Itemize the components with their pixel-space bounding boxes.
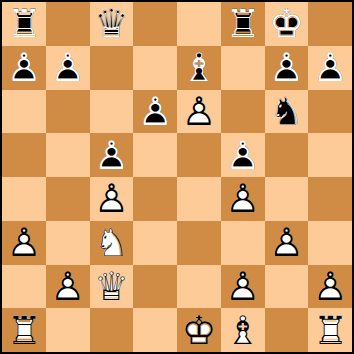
black-pawn[interactable]: ♟♙ [90, 133, 134, 177]
square-e6[interactable]: ♟♙ [177, 90, 221, 134]
square-c6[interactable] [90, 90, 134, 134]
white-pawn[interactable]: ♟♙ [308, 265, 352, 309]
square-b7[interactable]: ♟♙ [46, 46, 90, 90]
square-f3[interactable] [221, 221, 265, 265]
square-a6[interactable] [2, 90, 46, 134]
black-pawn[interactable]: ♟♙ [133, 90, 177, 134]
square-g5[interactable] [265, 133, 309, 177]
piece-fill-glyph: ♟ [221, 265, 265, 309]
square-f1[interactable]: ♝♗ [221, 308, 265, 352]
piece-detail-glyph: ♙ [265, 221, 309, 265]
piece-fill-glyph: ♟ [90, 177, 134, 221]
square-b8[interactable] [46, 2, 90, 46]
square-e3[interactable] [177, 221, 221, 265]
square-d2[interactable] [133, 265, 177, 309]
square-c3[interactable]: ♞♘ [90, 221, 134, 265]
piece-detail-glyph: ♗ [221, 308, 265, 352]
piece-fill-glyph: ♚ [265, 2, 309, 46]
square-h8[interactable] [308, 2, 352, 46]
white-bishop[interactable]: ♝♗ [221, 308, 265, 352]
square-d4[interactable] [133, 177, 177, 221]
piece-fill-glyph: ♟ [308, 46, 352, 90]
piece-fill-glyph: ♟ [46, 46, 90, 90]
square-h3[interactable] [308, 221, 352, 265]
white-knight[interactable]: ♞♘ [90, 221, 134, 265]
square-h6[interactable] [308, 90, 352, 134]
piece-detail-glyph: ♙ [308, 265, 352, 309]
square-a8[interactable]: ♜♖ [2, 2, 46, 46]
piece-fill-glyph: ♜ [221, 2, 265, 46]
piece-detail-glyph: ♗ [177, 46, 221, 90]
square-g6[interactable]: ♞♘ [265, 90, 309, 134]
square-d1[interactable] [133, 308, 177, 352]
piece-detail-glyph: ♖ [2, 2, 46, 46]
square-f6[interactable] [221, 90, 265, 134]
piece-fill-glyph: ♟ [46, 265, 90, 309]
piece-fill-glyph: ♞ [90, 221, 134, 265]
square-a5[interactable] [2, 133, 46, 177]
black-pawn[interactable]: ♟♙ [2, 46, 46, 90]
piece-detail-glyph: ♙ [2, 46, 46, 90]
piece-fill-glyph: ♟ [221, 177, 265, 221]
piece-detail-glyph: ♕ [90, 265, 134, 309]
square-a4[interactable] [2, 177, 46, 221]
square-b2[interactable]: ♟♙ [46, 265, 90, 309]
square-b5[interactable] [46, 133, 90, 177]
piece-detail-glyph: ♙ [46, 265, 90, 309]
square-c4[interactable]: ♟♙ [90, 177, 134, 221]
piece-fill-glyph: ♟ [265, 46, 309, 90]
white-king[interactable]: ♚♔ [177, 308, 221, 352]
square-e8[interactable] [177, 2, 221, 46]
square-b4[interactable] [46, 177, 90, 221]
square-g1[interactable] [265, 308, 309, 352]
square-h7[interactable]: ♟♙ [308, 46, 352, 90]
piece-detail-glyph: ♙ [221, 265, 265, 309]
black-knight[interactable]: ♞♘ [265, 90, 309, 134]
piece-fill-glyph: ♝ [177, 46, 221, 90]
square-c2[interactable]: ♛♕ [90, 265, 134, 309]
square-g3[interactable]: ♟♙ [265, 221, 309, 265]
square-e1[interactable]: ♚♔ [177, 308, 221, 352]
white-queen[interactable]: ♛♕ [90, 265, 134, 309]
piece-detail-glyph: ♖ [2, 308, 46, 352]
square-h5[interactable] [308, 133, 352, 177]
black-bishop[interactable]: ♝♗ [177, 46, 221, 90]
square-d6[interactable]: ♟♙ [133, 90, 177, 134]
white-pawn[interactable]: ♟♙ [221, 265, 265, 309]
piece-fill-glyph: ♟ [177, 90, 221, 134]
square-h2[interactable]: ♟♙ [308, 265, 352, 309]
square-d3[interactable] [133, 221, 177, 265]
square-f5[interactable]: ♟♙ [221, 133, 265, 177]
square-h1[interactable]: ♜♖ [308, 308, 352, 352]
piece-detail-glyph: ♔ [265, 2, 309, 46]
black-pawn[interactable]: ♟♙ [46, 46, 90, 90]
piece-detail-glyph: ♖ [221, 2, 265, 46]
square-f8[interactable]: ♜♖ [221, 2, 265, 46]
square-g2[interactable] [265, 265, 309, 309]
square-e7[interactable]: ♝♗ [177, 46, 221, 90]
piece-detail-glyph: ♙ [46, 46, 90, 90]
chess-board-frame: ♜♖♛♕♜♖♚♔♟♙♟♙♝♗♟♙♟♙♟♙♟♙♞♘♟♙♟♙♟♙♟♙♟♙♞♘♟♙♟♙… [0, 0, 354, 354]
black-pawn[interactable]: ♟♙ [265, 46, 309, 90]
square-d8[interactable] [133, 2, 177, 46]
piece-detail-glyph: ♔ [177, 308, 221, 352]
piece-detail-glyph: ♙ [133, 90, 177, 134]
piece-fill-glyph: ♝ [221, 308, 265, 352]
square-e4[interactable] [177, 177, 221, 221]
piece-fill-glyph: ♟ [2, 221, 46, 265]
square-h4[interactable] [308, 177, 352, 221]
white-pawn[interactable]: ♟♙ [265, 221, 309, 265]
piece-fill-glyph: ♜ [2, 2, 46, 46]
square-a2[interactable] [2, 265, 46, 309]
piece-fill-glyph: ♟ [265, 221, 309, 265]
white-rook[interactable]: ♜♖ [308, 308, 352, 352]
piece-detail-glyph: ♙ [221, 133, 265, 177]
chess-board: ♜♖♛♕♜♖♚♔♟♙♟♙♝♗♟♙♟♙♟♙♟♙♞♘♟♙♟♙♟♙♟♙♟♙♞♘♟♙♟♙… [2, 2, 352, 352]
square-d5[interactable] [133, 133, 177, 177]
white-pawn[interactable]: ♟♙ [221, 177, 265, 221]
white-pawn[interactable]: ♟♙ [177, 90, 221, 134]
piece-detail-glyph: ♘ [265, 90, 309, 134]
piece-fill-glyph: ♛ [90, 2, 134, 46]
piece-fill-glyph: ♜ [2, 308, 46, 352]
square-g8[interactable]: ♚♔ [265, 2, 309, 46]
piece-fill-glyph: ♟ [133, 90, 177, 134]
square-a1[interactable]: ♜♖ [2, 308, 46, 352]
white-pawn[interactable]: ♟♙ [90, 177, 134, 221]
piece-fill-glyph: ♚ [177, 308, 221, 352]
square-c5[interactable]: ♟♙ [90, 133, 134, 177]
square-e5[interactable] [177, 133, 221, 177]
piece-detail-glyph: ♙ [90, 177, 134, 221]
piece-detail-glyph: ♙ [308, 46, 352, 90]
piece-detail-glyph: ♕ [90, 2, 134, 46]
square-b6[interactable] [46, 90, 90, 134]
square-b3[interactable] [46, 221, 90, 265]
piece-detail-glyph: ♘ [90, 221, 134, 265]
piece-fill-glyph: ♟ [308, 265, 352, 309]
piece-fill-glyph: ♟ [90, 133, 134, 177]
piece-detail-glyph: ♙ [265, 46, 309, 90]
square-f4[interactable]: ♟♙ [221, 177, 265, 221]
square-c8[interactable]: ♛♕ [90, 2, 134, 46]
square-d7[interactable] [133, 46, 177, 90]
black-queen[interactable]: ♛♕ [90, 2, 134, 46]
piece-detail-glyph: ♖ [308, 308, 352, 352]
square-g4[interactable] [265, 177, 309, 221]
white-rook[interactable]: ♜♖ [2, 308, 46, 352]
black-pawn[interactable]: ♟♙ [221, 133, 265, 177]
square-b1[interactable] [46, 308, 90, 352]
square-e2[interactable] [177, 265, 221, 309]
square-f7[interactable] [221, 46, 265, 90]
square-f2[interactable]: ♟♙ [221, 265, 265, 309]
black-rook[interactable]: ♜♖ [221, 2, 265, 46]
black-rook[interactable]: ♜♖ [2, 2, 46, 46]
piece-fill-glyph: ♟ [221, 133, 265, 177]
square-a7[interactable]: ♟♙ [2, 46, 46, 90]
square-c1[interactable] [90, 308, 134, 352]
piece-detail-glyph: ♙ [2, 221, 46, 265]
piece-detail-glyph: ♙ [177, 90, 221, 134]
piece-fill-glyph: ♟ [2, 46, 46, 90]
square-c7[interactable] [90, 46, 134, 90]
black-pawn[interactable]: ♟♙ [308, 46, 352, 90]
white-pawn[interactable]: ♟♙ [46, 265, 90, 309]
piece-detail-glyph: ♙ [221, 177, 265, 221]
square-a3[interactable]: ♟♙ [2, 221, 46, 265]
piece-fill-glyph: ♜ [308, 308, 352, 352]
piece-detail-glyph: ♙ [90, 133, 134, 177]
piece-fill-glyph: ♛ [90, 265, 134, 309]
square-g7[interactable]: ♟♙ [265, 46, 309, 90]
white-pawn[interactable]: ♟♙ [2, 221, 46, 265]
piece-fill-glyph: ♞ [265, 90, 309, 134]
black-king[interactable]: ♚♔ [265, 2, 309, 46]
